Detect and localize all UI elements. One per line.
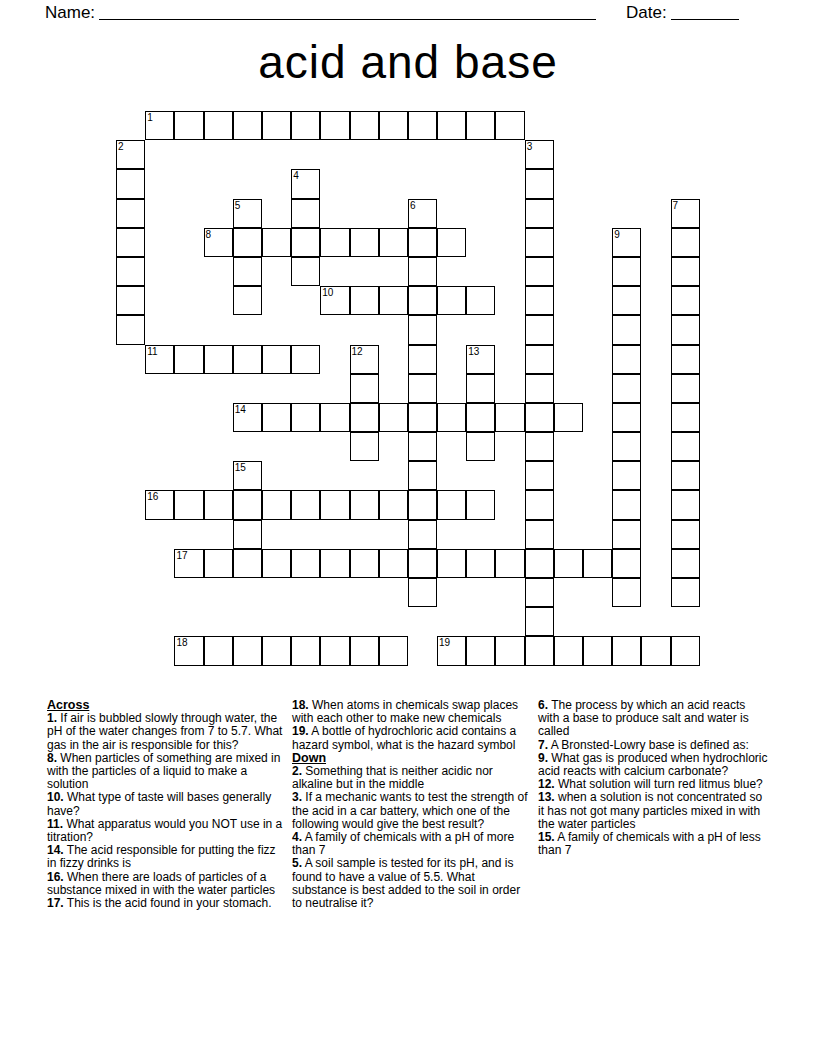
cell-r8c19[interactable]	[671, 345, 700, 374]
cell-r11c8[interactable]	[350, 432, 379, 461]
cell-r15c13[interactable]	[495, 549, 524, 578]
void-r13c18	[641, 490, 670, 519]
cell-r18c4[interactable]	[233, 636, 262, 665]
cell-r0c10[interactable]	[408, 111, 437, 140]
cell-r18c3[interactable]	[204, 636, 233, 665]
void-r5c7	[320, 257, 349, 286]
cell-r7c14[interactable]	[525, 315, 554, 344]
void-r5c15	[554, 257, 583, 286]
void-r17c8	[350, 607, 379, 636]
cell-r13c5[interactable]	[262, 490, 291, 519]
crossword-grid: 12345678910111213141516171819	[116, 111, 700, 666]
void-r2c5	[262, 169, 291, 198]
name-label: Name:	[45, 3, 95, 23]
clue-number-label: 4.	[292, 830, 302, 844]
cell-r10c6[interactable]	[291, 403, 320, 432]
cell-r15c12[interactable]	[466, 549, 495, 578]
cell-r18c19[interactable]	[671, 636, 700, 665]
cell-r10c5[interactable]	[262, 403, 291, 432]
cell-r12c17[interactable]	[612, 461, 641, 490]
void-r9c11	[437, 374, 466, 403]
clue-number-label: 8.	[47, 751, 57, 765]
cell-r4c10[interactable]	[408, 228, 437, 257]
void-r14c15	[554, 520, 583, 549]
cell-r15c8[interactable]	[350, 549, 379, 578]
clue-text: when a solution is not concentrated so i…	[538, 790, 762, 830]
cell-r13c6[interactable]	[291, 490, 320, 519]
clue-10: 10. What type of taste will bases genera…	[47, 791, 284, 817]
void-r18c1	[145, 636, 174, 665]
cell-r11c12[interactable]	[466, 432, 495, 461]
cell-r4c8[interactable]	[350, 228, 379, 257]
cell-r0c4[interactable]	[233, 111, 262, 140]
void-r8c15	[554, 345, 583, 374]
void-r16c11	[437, 578, 466, 607]
cell-r8c2[interactable]	[174, 345, 203, 374]
void-r3c9	[379, 199, 408, 228]
void-r15c1	[145, 549, 174, 578]
void-r17c15	[554, 607, 583, 636]
clue-number-label: 3.	[292, 790, 302, 804]
cell-r15c11[interactable]	[437, 549, 466, 578]
void-r3c18	[641, 199, 670, 228]
cell-r8c17[interactable]	[612, 345, 641, 374]
cell-r14c17[interactable]	[612, 520, 641, 549]
clue-number-5: 5	[235, 200, 241, 211]
void-r1c7	[320, 140, 349, 169]
void-r9c6	[291, 374, 320, 403]
cell-r1c0[interactable]: 2	[116, 140, 145, 169]
void-r6c6	[291, 286, 320, 315]
cell-r14c10[interactable]	[408, 520, 437, 549]
void-r2c13	[495, 169, 524, 198]
clue-column-3: 6. The process by which an acid reacts w…	[538, 699, 769, 910]
cell-r15c16[interactable]	[583, 549, 612, 578]
cell-r13c17[interactable]	[612, 490, 641, 519]
cell-r3c6[interactable]	[291, 199, 320, 228]
void-r4c18	[641, 228, 670, 257]
clue-text: When atoms in chemicals swap places with…	[292, 698, 518, 725]
void-r7c18	[641, 315, 670, 344]
void-r7c8	[350, 315, 379, 344]
cell-r13c19[interactable]	[671, 490, 700, 519]
cell-r4c6[interactable]	[291, 228, 320, 257]
void-r2c19	[671, 169, 700, 198]
cell-r13c11[interactable]	[437, 490, 466, 519]
void-r12c13	[495, 461, 524, 490]
cell-r13c9[interactable]	[379, 490, 408, 519]
cell-r4c19[interactable]	[671, 228, 700, 257]
clue-11: 11. What apparatus would you NOT use in …	[47, 818, 284, 844]
cell-r8c6[interactable]	[291, 345, 320, 374]
cell-r10c7[interactable]	[320, 403, 349, 432]
void-r1c8	[350, 140, 379, 169]
void-r13c15	[554, 490, 583, 519]
cell-r10c8[interactable]	[350, 403, 379, 432]
cell-r15c19[interactable]	[671, 549, 700, 578]
void-r17c11	[437, 607, 466, 636]
void-r2c15	[554, 169, 583, 198]
void-r14c7	[320, 520, 349, 549]
cell-r5c10[interactable]	[408, 257, 437, 286]
void-r6c5	[262, 286, 291, 315]
cell-r15c17[interactable]	[612, 549, 641, 578]
void-r4c13	[495, 228, 524, 257]
cell-r5c17[interactable]	[612, 257, 641, 286]
cell-r13c12[interactable]	[466, 490, 495, 519]
void-r2c11	[437, 169, 466, 198]
clue-number-9: 9	[614, 229, 620, 240]
cell-r6c8[interactable]	[350, 286, 379, 315]
void-r6c3	[204, 286, 233, 315]
cell-r13c4[interactable]	[233, 490, 262, 519]
void-r18c0	[116, 636, 145, 665]
void-r7c7	[320, 315, 349, 344]
cell-r0c3[interactable]	[204, 111, 233, 140]
clue-number-label: 13.	[538, 790, 555, 804]
cell-r12c4[interactable]: 15	[233, 461, 262, 490]
cell-r9c12[interactable]	[466, 374, 495, 403]
void-r2c17	[612, 169, 641, 198]
clue-number-18: 18	[176, 637, 187, 648]
void-r2c16	[583, 169, 612, 198]
cell-r7c0[interactable]	[116, 315, 145, 344]
cell-r9c8[interactable]	[350, 374, 379, 403]
void-r1c18	[641, 140, 670, 169]
cell-r18c5[interactable]	[262, 636, 291, 665]
clue-number-8: 8	[206, 229, 212, 240]
cell-r11c19[interactable]	[671, 432, 700, 461]
cell-r18c14[interactable]	[525, 636, 554, 665]
cell-r2c6[interactable]: 4	[291, 169, 320, 198]
cell-r0c2[interactable]	[174, 111, 203, 140]
cell-r3c14[interactable]	[525, 199, 554, 228]
cell-r7c19[interactable]	[671, 315, 700, 344]
cell-r15c15[interactable]	[554, 549, 583, 578]
cell-r6c4[interactable]	[233, 286, 262, 315]
cell-r13c14[interactable]	[525, 490, 554, 519]
void-r14c5	[262, 520, 291, 549]
cell-r8c8[interactable]: 12	[350, 345, 379, 374]
void-r0c15	[554, 111, 583, 140]
void-r11c5	[262, 432, 291, 461]
cell-r15c7[interactable]	[320, 549, 349, 578]
clue-text: The process by which an acid reacts with…	[538, 698, 749, 738]
cell-r8c3[interactable]	[204, 345, 233, 374]
cell-r18c18[interactable]	[641, 636, 670, 665]
cell-r8c1[interactable]: 11	[145, 345, 174, 374]
clue-17: 17. This is the acid found in your stoma…	[47, 897, 284, 910]
void-r5c16	[583, 257, 612, 286]
cell-r18c2[interactable]: 18	[174, 636, 203, 665]
cell-r6c7[interactable]: 10	[320, 286, 349, 315]
void-r4c2	[174, 228, 203, 257]
cell-r6c0[interactable]	[116, 286, 145, 315]
cell-r12c10[interactable]	[408, 461, 437, 490]
void-r9c16	[583, 374, 612, 403]
cell-r10c15[interactable]	[554, 403, 583, 432]
void-r8c7	[320, 345, 349, 374]
void-r17c16	[583, 607, 612, 636]
clue-number-1: 1	[147, 112, 153, 123]
clue-number-12: 12	[352, 346, 363, 357]
clue-text: What apparatus would you NOT use in a ti…	[47, 817, 282, 844]
clue-number-6: 6	[410, 200, 416, 211]
void-r9c0	[116, 374, 145, 403]
cell-r0c8[interactable]	[350, 111, 379, 140]
void-r7c9	[379, 315, 408, 344]
void-r5c11	[437, 257, 466, 286]
cell-r8c10[interactable]	[408, 345, 437, 374]
cell-r2c0[interactable]	[116, 169, 145, 198]
void-r1c3	[204, 140, 233, 169]
cell-r0c11[interactable]	[437, 111, 466, 140]
clue-number-19: 19	[439, 637, 450, 648]
void-r0c17	[612, 111, 641, 140]
clue-2: 2. Something that is neither acidic nor …	[292, 765, 530, 791]
void-r6c13	[495, 286, 524, 315]
cell-r8c12[interactable]: 13	[466, 345, 495, 374]
void-r10c2	[174, 403, 203, 432]
void-r3c16	[583, 199, 612, 228]
cell-r10c14[interactable]	[525, 403, 554, 432]
void-r5c8	[350, 257, 379, 286]
cell-r0c5[interactable]	[262, 111, 291, 140]
cell-r4c7[interactable]	[320, 228, 349, 257]
cell-r4c0[interactable]	[116, 228, 145, 257]
cell-r5c14[interactable]	[525, 257, 554, 286]
cell-r4c3[interactable]: 8	[204, 228, 233, 257]
void-r3c7	[320, 199, 349, 228]
clue-text: When particles of something are mixed in…	[47, 751, 280, 791]
cell-r13c7[interactable]	[320, 490, 349, 519]
cell-r18c9[interactable]	[379, 636, 408, 665]
cell-r15c2[interactable]: 17	[174, 549, 203, 578]
void-r4c12	[466, 228, 495, 257]
void-r8c13	[495, 345, 524, 374]
void-r3c13	[495, 199, 524, 228]
void-r5c2	[174, 257, 203, 286]
cell-r15c9[interactable]	[379, 549, 408, 578]
puzzle-title: acid and base	[0, 33, 816, 91]
void-r12c1	[145, 461, 174, 490]
cell-r18c6[interactable]	[291, 636, 320, 665]
cell-r6c17[interactable]	[612, 286, 641, 315]
cell-r3c4[interactable]: 5	[233, 199, 262, 228]
cell-r8c14[interactable]	[525, 345, 554, 374]
cell-r16c19[interactable]	[671, 578, 700, 607]
cell-r6c14[interactable]	[525, 286, 554, 315]
cell-r18c12[interactable]	[466, 636, 495, 665]
void-r14c18	[641, 520, 670, 549]
clue-number-label: 7.	[538, 738, 548, 752]
cell-r14c4[interactable]	[233, 520, 262, 549]
void-r11c11	[437, 432, 466, 461]
cell-r4c9[interactable]	[379, 228, 408, 257]
void-r12c9	[379, 461, 408, 490]
cell-r12c14[interactable]	[525, 461, 554, 490]
cell-r5c4[interactable]	[233, 257, 262, 286]
cell-r13c10[interactable]	[408, 490, 437, 519]
void-r3c17	[612, 199, 641, 228]
void-r11c6	[291, 432, 320, 461]
cell-r14c19[interactable]	[671, 520, 700, 549]
cell-r9c14[interactable]	[525, 374, 554, 403]
cell-r8c4[interactable]	[233, 345, 262, 374]
void-r4c16	[583, 228, 612, 257]
cell-r4c14[interactable]	[525, 228, 554, 257]
void-r1c1	[145, 140, 174, 169]
void-r17c3	[204, 607, 233, 636]
cell-r0c6[interactable]	[291, 111, 320, 140]
clue-15: 15. A family of chemicals with a pH of l…	[538, 831, 769, 857]
void-r17c0	[116, 607, 145, 636]
cell-r15c3[interactable]	[204, 549, 233, 578]
cell-r3c0[interactable]	[116, 199, 145, 228]
cell-r9c19[interactable]	[671, 374, 700, 403]
void-r14c11	[437, 520, 466, 549]
void-r14c9	[379, 520, 408, 549]
cell-r9c17[interactable]	[612, 374, 641, 403]
cell-r0c1[interactable]: 1	[145, 111, 174, 140]
cell-r10c17[interactable]	[612, 403, 641, 432]
cell-r16c14[interactable]	[525, 578, 554, 607]
void-r11c2	[174, 432, 203, 461]
cell-r7c10[interactable]	[408, 315, 437, 344]
clue-6: 6. The process by which an acid reacts w…	[538, 699, 769, 739]
cell-r0c7[interactable]	[320, 111, 349, 140]
cell-r15c10[interactable]	[408, 549, 437, 578]
cell-r15c6[interactable]	[291, 549, 320, 578]
cell-r11c10[interactable]	[408, 432, 437, 461]
cell-r0c12[interactable]	[466, 111, 495, 140]
cell-r4c17[interactable]: 9	[612, 228, 641, 257]
cell-r13c8[interactable]	[350, 490, 379, 519]
cell-r10c11[interactable]	[437, 403, 466, 432]
clue-text: If a mechanic wants to test the strength…	[292, 790, 527, 830]
clue-number-label: 12.	[538, 777, 555, 791]
cell-r18c13[interactable]	[495, 636, 524, 665]
void-r9c4	[233, 374, 262, 403]
clue-9: 9. What gas is produced when hydrochlori…	[538, 752, 769, 778]
void-r9c1	[145, 374, 174, 403]
void-r10c3	[204, 403, 233, 432]
cell-r3c19[interactable]: 7	[671, 199, 700, 228]
void-r11c13	[495, 432, 524, 461]
cell-r13c3[interactable]	[204, 490, 233, 519]
cell-r10c9[interactable]	[379, 403, 408, 432]
cell-r6c9[interactable]	[379, 286, 408, 315]
cell-r2c14[interactable]	[525, 169, 554, 198]
cell-r4c4[interactable]	[233, 228, 262, 257]
cell-r5c19[interactable]	[671, 257, 700, 286]
cell-r10c19[interactable]	[671, 403, 700, 432]
void-r2c8	[350, 169, 379, 198]
void-r7c5	[262, 315, 291, 344]
cell-r6c10[interactable]	[408, 286, 437, 315]
cell-r16c10[interactable]	[408, 578, 437, 607]
cell-r10c10[interactable]	[408, 403, 437, 432]
cell-r18c16[interactable]	[583, 636, 612, 665]
cell-r5c0[interactable]	[116, 257, 145, 286]
cell-r13c1[interactable]: 16	[145, 490, 174, 519]
cell-r6c11[interactable]	[437, 286, 466, 315]
cell-r11c14[interactable]	[525, 432, 554, 461]
void-r1c5	[262, 140, 291, 169]
cell-r18c8[interactable]	[350, 636, 379, 665]
void-r16c5	[262, 578, 291, 607]
clue-text: This is the acid found in your stomach.	[67, 896, 272, 910]
void-r17c7	[320, 607, 349, 636]
clue-number-2: 2	[118, 141, 124, 152]
cell-r18c7[interactable]	[320, 636, 349, 665]
cell-r4c11[interactable]	[437, 228, 466, 257]
cell-r15c14[interactable]	[525, 549, 554, 578]
cell-r11c17[interactable]	[612, 432, 641, 461]
cell-r14c14[interactable]	[525, 520, 554, 549]
void-r16c3	[204, 578, 233, 607]
void-r11c16	[583, 432, 612, 461]
cell-r6c19[interactable]	[671, 286, 700, 315]
name-underline[interactable]	[99, 0, 596, 20]
cell-r15c5[interactable]	[262, 549, 291, 578]
cell-r18c15[interactable]	[554, 636, 583, 665]
void-r2c9	[379, 169, 408, 198]
void-r7c16	[583, 315, 612, 344]
cell-r8c5[interactable]	[262, 345, 291, 374]
void-r13c13	[495, 490, 524, 519]
cell-r18c11[interactable]: 19	[437, 636, 466, 665]
cell-r10c4[interactable]: 14	[233, 403, 262, 432]
void-r11c3	[204, 432, 233, 461]
cell-r10c13[interactable]	[495, 403, 524, 432]
void-r6c2	[174, 286, 203, 315]
void-r7c3	[204, 315, 233, 344]
clue-text: A bottle of hydrochloric acid contains a…	[292, 724, 516, 751]
cell-r15c4[interactable]	[233, 549, 262, 578]
void-r3c8	[350, 199, 379, 228]
cell-r7c17[interactable]	[612, 315, 641, 344]
void-r2c3	[204, 169, 233, 198]
cell-r16c17[interactable]	[612, 578, 641, 607]
void-r11c0	[116, 432, 145, 461]
void-r9c3	[204, 374, 233, 403]
void-r5c9	[379, 257, 408, 286]
cell-r13c2[interactable]	[174, 490, 203, 519]
cell-r6c12[interactable]	[466, 286, 495, 315]
clue-text: The acid responsible for putting the fiz…	[47, 843, 276, 870]
cell-r0c9[interactable]	[379, 111, 408, 140]
void-r8c9	[379, 345, 408, 374]
void-r10c18	[641, 403, 670, 432]
cell-r5c6[interactable]	[291, 257, 320, 286]
cell-r18c17[interactable]	[612, 636, 641, 665]
cell-r1c14[interactable]: 3	[525, 140, 554, 169]
cell-r12c19[interactable]	[671, 461, 700, 490]
date-underline[interactable]	[671, 0, 739, 20]
cell-r3c10[interactable]: 6	[408, 199, 437, 228]
void-r16c2	[174, 578, 203, 607]
cell-r4c5[interactable]	[262, 228, 291, 257]
void-r7c11	[437, 315, 466, 344]
void-r17c5	[262, 607, 291, 636]
date-label: Date:	[626, 3, 667, 23]
cell-r0c13[interactable]	[495, 111, 524, 140]
cell-r17c14[interactable]	[525, 607, 554, 636]
cell-r9c10[interactable]	[408, 374, 437, 403]
cell-r10c12[interactable]	[466, 403, 495, 432]
void-r7c15	[554, 315, 583, 344]
